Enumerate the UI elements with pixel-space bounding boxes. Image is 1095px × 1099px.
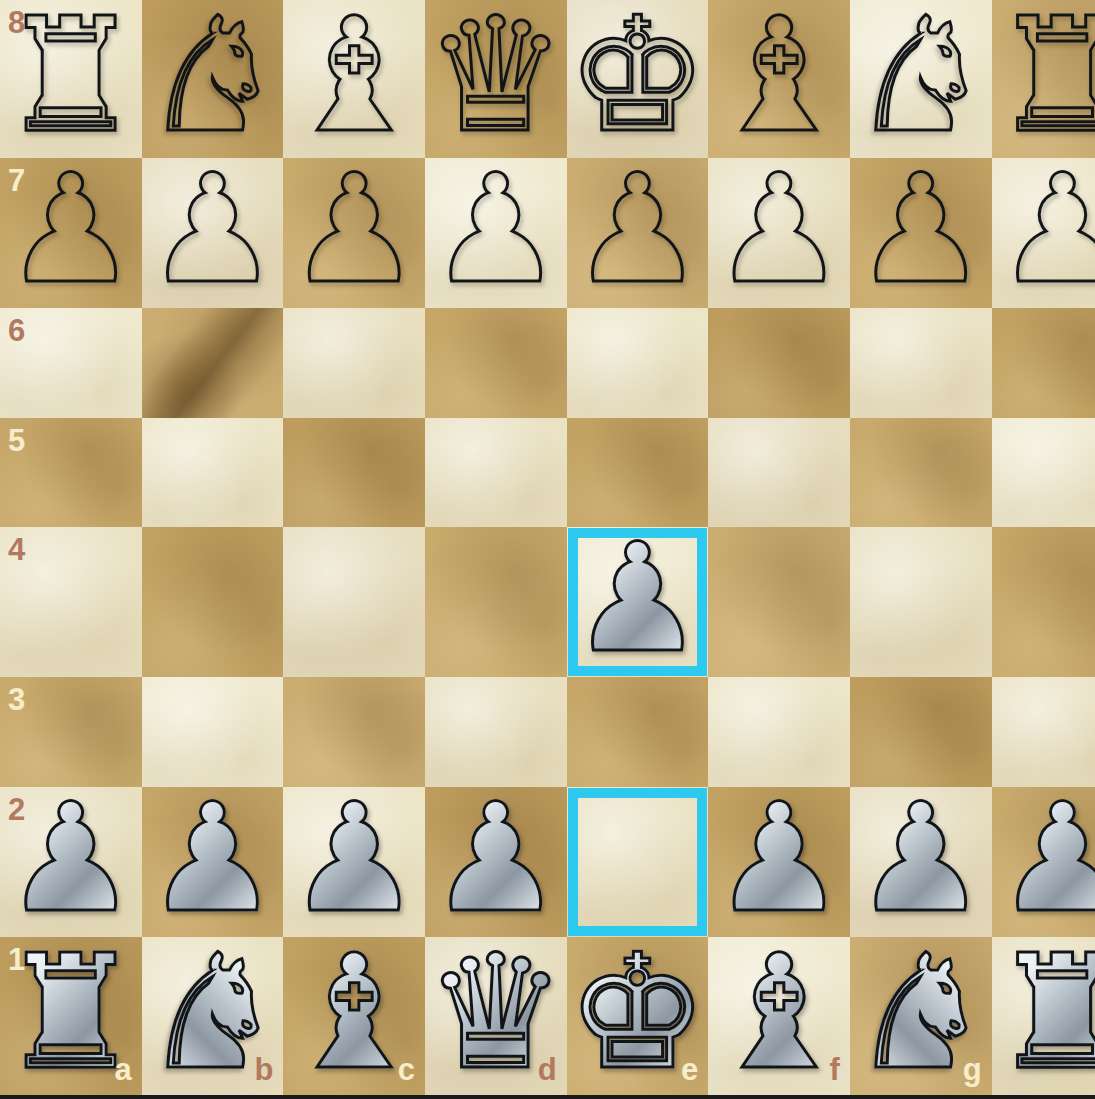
square-a4[interactable]: 4: [0, 527, 142, 677]
square-e3[interactable]: [567, 677, 709, 787]
square-d2[interactable]: ♟: [425, 787, 567, 937]
square-e2[interactable]: [567, 787, 709, 937]
file-label-c: c: [398, 1052, 415, 1088]
square-e1[interactable]: ♚e: [567, 937, 709, 1095]
square-c5[interactable]: [283, 418, 425, 528]
square-d4[interactable]: [425, 527, 567, 677]
square-f7[interactable]: ♟: [708, 158, 850, 308]
piece-white-rook[interactable]: ♜: [992, 933, 1095, 1091]
square-e8[interactable]: ♚: [567, 0, 709, 158]
piece-black-bishop[interactable]: ♝: [708, 0, 850, 154]
piece-black-rook[interactable]: ♜: [992, 0, 1095, 154]
square-b2[interactable]: ♟: [142, 787, 284, 937]
square-g1[interactable]: ♞g: [850, 937, 992, 1095]
piece-white-pawn[interactable]: ♟: [287, 783, 421, 933]
square-c2[interactable]: ♟: [283, 787, 425, 937]
square-h4[interactable]: [992, 527, 1095, 677]
square-f5[interactable]: [708, 418, 850, 528]
rank-label-6: 6: [8, 313, 25, 349]
square-b8[interactable]: ♞: [142, 0, 284, 158]
square-a6[interactable]: 6: [0, 308, 142, 418]
file-label-a: a: [114, 1052, 131, 1088]
piece-black-pawn[interactable]: ♟: [145, 154, 279, 304]
square-c1[interactable]: ♝c: [283, 937, 425, 1095]
square-e4[interactable]: ♟: [567, 527, 709, 677]
square-g5[interactable]: [850, 418, 992, 528]
square-c7[interactable]: ♟: [283, 158, 425, 308]
square-b6[interactable]: [142, 308, 284, 418]
square-e6[interactable]: [567, 308, 709, 418]
square-d5[interactable]: [425, 418, 567, 528]
piece-black-king[interactable]: ♚: [567, 0, 709, 154]
square-b7[interactable]: ♟: [142, 158, 284, 308]
square-e7[interactable]: ♟: [567, 158, 709, 308]
square-g2[interactable]: ♟: [850, 787, 992, 937]
piece-black-pawn[interactable]: ♟: [287, 154, 421, 304]
piece-black-bishop[interactable]: ♝: [283, 0, 425, 154]
square-h1[interactable]: ♜h: [992, 937, 1095, 1095]
square-d1[interactable]: ♛d: [425, 937, 567, 1095]
square-h8[interactable]: ♜: [992, 0, 1095, 158]
rank-label-5: 5: [8, 423, 25, 459]
square-b4[interactable]: [142, 527, 284, 677]
rank-label-1: 1: [8, 942, 25, 978]
file-label-d: d: [538, 1052, 557, 1088]
piece-black-queen[interactable]: ♛: [425, 0, 567, 154]
rank-label-8: 8: [8, 5, 25, 41]
square-a5[interactable]: 5: [0, 418, 142, 528]
piece-white-pawn[interactable]: ♟: [429, 783, 563, 933]
file-label-b: b: [254, 1052, 273, 1088]
square-f6[interactable]: [708, 308, 850, 418]
square-h5[interactable]: [992, 418, 1095, 528]
piece-black-pawn[interactable]: ♟: [429, 154, 563, 304]
piece-black-knight[interactable]: ♞: [850, 0, 992, 154]
square-g8[interactable]: ♞: [850, 0, 992, 158]
square-a1[interactable]: ♜1a: [0, 937, 142, 1095]
square-h7[interactable]: ♟: [992, 158, 1095, 308]
square-h6[interactable]: [992, 308, 1095, 418]
rank-label-4: 4: [8, 532, 25, 568]
square-c8[interactable]: ♝: [283, 0, 425, 158]
square-b5[interactable]: [142, 418, 284, 528]
piece-white-pawn[interactable]: ♟: [712, 783, 846, 933]
square-g6[interactable]: [850, 308, 992, 418]
piece-white-pawn[interactable]: ♟: [145, 783, 279, 933]
piece-black-pawn[interactable]: ♟: [854, 154, 988, 304]
square-b1[interactable]: ♞b: [142, 937, 284, 1095]
piece-black-pawn[interactable]: ♟: [712, 154, 846, 304]
rank-label-2: 2: [8, 792, 25, 828]
square-a8[interactable]: ♜8: [0, 0, 142, 158]
piece-black-knight[interactable]: ♞: [142, 0, 284, 154]
square-c6[interactable]: [283, 308, 425, 418]
piece-white-pawn[interactable]: ♟: [995, 783, 1095, 933]
square-c4[interactable]: [283, 527, 425, 677]
file-label-f: f: [830, 1052, 840, 1088]
square-f1[interactable]: ♝f: [708, 937, 850, 1095]
square-f2[interactable]: ♟: [708, 787, 850, 937]
square-d8[interactable]: ♛: [425, 0, 567, 158]
piece-black-pawn[interactable]: ♟: [570, 154, 704, 304]
square-f8[interactable]: ♝: [708, 0, 850, 158]
square-g7[interactable]: ♟: [850, 158, 992, 308]
chess-board: ♜8♞♝♛♚♝♞♜♟7♟♟♟♟♟♟♟654♟3♟2♟♟♟♟♟♟♜1a♞b♝c♛d…: [0, 0, 1095, 1095]
rank-label-7: 7: [8, 163, 25, 199]
piece-black-pawn[interactable]: ♟: [995, 154, 1095, 304]
square-h2[interactable]: ♟: [992, 787, 1095, 937]
square-d7[interactable]: ♟: [425, 158, 567, 308]
square-g4[interactable]: [850, 527, 992, 677]
piece-white-pawn[interactable]: ♟: [570, 523, 704, 673]
file-label-e: e: [681, 1052, 698, 1088]
square-d6[interactable]: [425, 308, 567, 418]
piece-white-pawn[interactable]: ♟: [854, 783, 988, 933]
file-label-g: g: [963, 1052, 982, 1088]
square-a7[interactable]: ♟7: [0, 158, 142, 308]
square-f4[interactable]: [708, 527, 850, 677]
square-a2[interactable]: ♟2: [0, 787, 142, 937]
rank-label-3: 3: [8, 682, 25, 718]
